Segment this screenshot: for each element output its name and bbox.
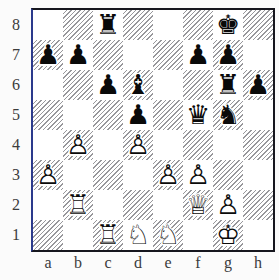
- square-a6[interactable]: [33, 70, 63, 100]
- square-b2[interactable]: ♜♖: [63, 190, 93, 220]
- square-d7[interactable]: [123, 40, 153, 70]
- white-pawn-f3: ♟♙: [183, 160, 213, 190]
- file-label-e: e: [153, 251, 183, 275]
- black-king-g8: ♚♚: [213, 10, 243, 40]
- square-d6[interactable]: ♝♝: [123, 70, 153, 100]
- square-g3[interactable]: [213, 160, 243, 190]
- square-c3[interactable]: [93, 160, 123, 190]
- square-f3[interactable]: ♟♙: [183, 160, 213, 190]
- square-g5[interactable]: ♞♞: [213, 100, 243, 130]
- square-g1[interactable]: ♚♔: [213, 220, 243, 250]
- board: ♜♜♚♚♟♟♟♟♟♟♟♟♟♟♝♝♜♜♟♟♟♟♛♛♞♞♟♙♟♙♟♙♟♙♟♙♜♖♛♕…: [31, 8, 275, 252]
- black-pawn-g7: ♟♟: [213, 40, 243, 70]
- black-knight-g5: ♞♞: [213, 100, 243, 130]
- file-label-g: g: [213, 251, 243, 275]
- square-h7[interactable]: [243, 40, 273, 70]
- square-e5[interactable]: [153, 100, 183, 130]
- black-pawn-f7: ♟♟: [183, 40, 213, 70]
- square-b7[interactable]: ♟♟: [63, 40, 93, 70]
- black-rook-c8: ♜♜: [93, 10, 123, 40]
- square-b8[interactable]: [63, 10, 93, 40]
- white-pawn-a3: ♟♙: [33, 160, 63, 190]
- square-f1[interactable]: [183, 220, 213, 250]
- square-e6[interactable]: [153, 70, 183, 100]
- white-pawn-d4: ♟♙: [123, 130, 153, 160]
- square-h6[interactable]: ♟♟: [243, 70, 273, 100]
- square-d1[interactable]: ♞♘: [123, 220, 153, 250]
- rank-label-1: 1: [0, 220, 26, 250]
- square-b6[interactable]: [63, 70, 93, 100]
- square-a3[interactable]: ♟♙: [33, 160, 63, 190]
- square-d2[interactable]: [123, 190, 153, 220]
- square-g2[interactable]: ♟♙: [213, 190, 243, 220]
- square-d8[interactable]: [123, 10, 153, 40]
- square-a4[interactable]: [33, 130, 63, 160]
- black-pawn-b7: ♟♟: [63, 40, 93, 70]
- square-c4[interactable]: [93, 130, 123, 160]
- file-label-d: d: [123, 251, 153, 275]
- white-rook-b2: ♜♖: [63, 190, 93, 220]
- file-label-h: h: [243, 251, 273, 275]
- square-g6[interactable]: ♜♜: [213, 70, 243, 100]
- white-pawn-g2: ♟♙: [213, 190, 243, 220]
- square-b4[interactable]: ♟♙: [63, 130, 93, 160]
- white-knight-e1: ♞♘: [153, 220, 183, 250]
- chess-diagram: 87654321 ♜♜♚♚♟♟♟♟♟♟♟♟♟♟♝♝♜♜♟♟♟♟♛♛♞♞♟♙♟♙♟…: [0, 0, 279, 280]
- square-h1[interactable]: [243, 220, 273, 250]
- black-pawn-d5: ♟♟: [123, 100, 153, 130]
- black-pawn-c6: ♟♟: [93, 70, 123, 100]
- square-h3[interactable]: [243, 160, 273, 190]
- rank-label-7: 7: [0, 40, 26, 70]
- rank-label-8: 8: [0, 10, 26, 40]
- black-queen-f5: ♛♛: [183, 100, 213, 130]
- square-c1[interactable]: ♜♖: [93, 220, 123, 250]
- square-f4[interactable]: [183, 130, 213, 160]
- square-f6[interactable]: [183, 70, 213, 100]
- square-c2[interactable]: [93, 190, 123, 220]
- square-f7[interactable]: ♟♟: [183, 40, 213, 70]
- black-pawn-h6: ♟♟: [243, 70, 273, 100]
- square-h4[interactable]: [243, 130, 273, 160]
- white-queen-f2: ♛♕: [183, 190, 213, 220]
- file-label-c: c: [93, 251, 123, 275]
- square-e3[interactable]: ♟♙: [153, 160, 183, 190]
- square-a7[interactable]: ♟♟: [33, 40, 63, 70]
- rank-label-3: 3: [0, 160, 26, 190]
- square-b5[interactable]: [63, 100, 93, 130]
- square-g8[interactable]: ♚♚: [213, 10, 243, 40]
- white-pawn-e3: ♟♙: [153, 160, 183, 190]
- square-e8[interactable]: [153, 10, 183, 40]
- square-c5[interactable]: [93, 100, 123, 130]
- square-e7[interactable]: [153, 40, 183, 70]
- square-h2[interactable]: [243, 190, 273, 220]
- square-c6[interactable]: ♟♟: [93, 70, 123, 100]
- file-label-b: b: [63, 251, 93, 275]
- rank-label-4: 4: [0, 130, 26, 160]
- rank-labels: 87654321: [0, 10, 26, 250]
- square-a2[interactable]: [33, 190, 63, 220]
- file-labels: abcdefgh: [33, 251, 273, 275]
- square-e2[interactable]: [153, 190, 183, 220]
- square-f2[interactable]: ♛♕: [183, 190, 213, 220]
- file-label-a: a: [33, 251, 63, 275]
- square-a5[interactable]: [33, 100, 63, 130]
- white-knight-d1: ♞♘: [123, 220, 153, 250]
- white-king-g1: ♚♔: [213, 220, 243, 250]
- rank-label-6: 6: [0, 70, 26, 100]
- square-d5[interactable]: ♟♟: [123, 100, 153, 130]
- square-b1[interactable]: [63, 220, 93, 250]
- square-e1[interactable]: ♞♘: [153, 220, 183, 250]
- square-h5[interactable]: [243, 100, 273, 130]
- square-f5[interactable]: ♛♛: [183, 100, 213, 130]
- square-f8[interactable]: [183, 10, 213, 40]
- square-g7[interactable]: ♟♟: [213, 40, 243, 70]
- rank-label-2: 2: [0, 190, 26, 220]
- square-b3[interactable]: [63, 160, 93, 190]
- file-label-f: f: [183, 251, 213, 275]
- square-d3[interactable]: [123, 160, 153, 190]
- square-g4[interactable]: [213, 130, 243, 160]
- black-bishop-d6: ♝♝: [123, 70, 153, 100]
- black-rook-g6: ♜♜: [213, 70, 243, 100]
- square-a1[interactable]: [33, 220, 63, 250]
- white-rook-c1: ♜♖: [93, 220, 123, 250]
- square-a8[interactable]: [33, 10, 63, 40]
- square-e4[interactable]: [153, 130, 183, 160]
- square-c8[interactable]: ♜♜: [93, 10, 123, 40]
- rank-label-5: 5: [0, 100, 26, 130]
- white-pawn-b4: ♟♙: [63, 130, 93, 160]
- square-h8[interactable]: [243, 10, 273, 40]
- square-c7[interactable]: [93, 40, 123, 70]
- square-d4[interactable]: ♟♙: [123, 130, 153, 160]
- black-pawn-a7: ♟♟: [33, 40, 63, 70]
